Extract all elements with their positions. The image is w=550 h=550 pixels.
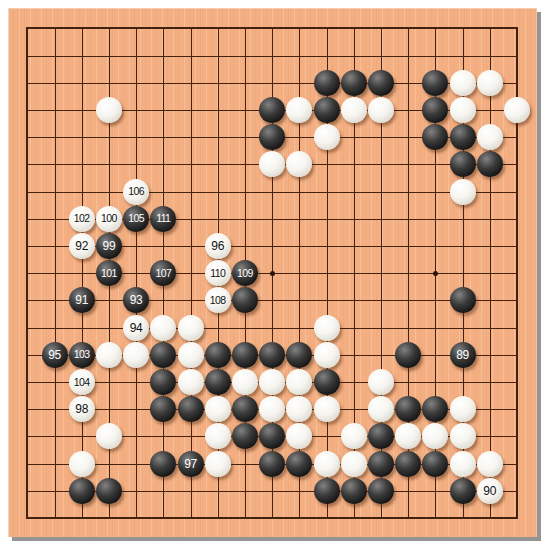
move-number-label: 96 <box>211 240 224 252</box>
stone-black[interactable] <box>450 124 476 150</box>
stone-black[interactable] <box>96 478 122 504</box>
stone-white[interactable] <box>477 70 503 96</box>
go-board[interactable]: 1061021001051119299961011071101099193108… <box>8 8 537 537</box>
move-number-label: 109 <box>237 268 253 279</box>
stone-white[interactable] <box>286 369 312 395</box>
stone-black[interactable] <box>150 342 176 368</box>
stone-black[interactable]: 109 <box>232 260 258 286</box>
stone-black[interactable]: 91 <box>69 287 95 313</box>
stone-white[interactable] <box>477 451 503 477</box>
stone-black[interactable] <box>259 451 285 477</box>
stone-black[interactable] <box>259 124 285 150</box>
stone-white[interactable] <box>259 396 285 422</box>
stone-black[interactable] <box>259 97 285 123</box>
stone-black[interactable] <box>395 451 421 477</box>
stone-black[interactable]: 99 <box>96 233 122 259</box>
stone-black[interactable] <box>422 97 448 123</box>
move-number-label: 108 <box>210 295 226 306</box>
stone-white[interactable] <box>232 369 258 395</box>
move-number-label: 106 <box>128 186 144 197</box>
stone-white[interactable] <box>368 396 394 422</box>
move-number-label: 111 <box>156 213 170 224</box>
stone-white[interactable] <box>450 423 476 449</box>
stone-white[interactable]: 108 <box>205 287 231 313</box>
move-number-label: 101 <box>101 268 117 279</box>
stone-black[interactable] <box>259 342 285 368</box>
stone-black[interactable] <box>341 70 367 96</box>
stone-white[interactable] <box>150 315 176 341</box>
stone-black[interactable] <box>232 423 258 449</box>
move-number-label: 91 <box>75 294 88 306</box>
stone-white[interactable] <box>450 179 476 205</box>
move-number-label: 90 <box>483 485 496 497</box>
stone-black[interactable] <box>368 478 394 504</box>
stone-black[interactable] <box>69 478 95 504</box>
stone-black[interactable] <box>477 151 503 177</box>
stone-black[interactable]: 103 <box>69 342 95 368</box>
move-number-label: 100 <box>101 213 117 224</box>
move-number-label: 102 <box>74 213 90 224</box>
stone-black[interactable] <box>205 369 231 395</box>
move-number-label: 103 <box>74 349 90 360</box>
stone-white[interactable] <box>96 97 122 123</box>
stone-white[interactable]: 90 <box>477 478 503 504</box>
stone-white[interactable] <box>96 342 122 368</box>
move-number-label: 89 <box>456 349 469 361</box>
stone-white[interactable] <box>450 70 476 96</box>
stone-white[interactable] <box>314 451 340 477</box>
grid-line-vertical <box>490 28 491 518</box>
stone-black[interactable] <box>314 70 340 96</box>
stone-white[interactable]: 94 <box>123 315 149 341</box>
stone-white[interactable] <box>314 315 340 341</box>
stone-white[interactable] <box>314 396 340 422</box>
stone-white[interactable]: 106 <box>123 179 149 205</box>
stone-white[interactable] <box>368 369 394 395</box>
stone-black[interactable] <box>150 369 176 395</box>
stone-white[interactable] <box>205 423 231 449</box>
stone-white[interactable]: 104 <box>69 369 95 395</box>
stone-black[interactable] <box>368 70 394 96</box>
stone-black[interactable] <box>205 342 231 368</box>
stone-black[interactable] <box>450 287 476 313</box>
stone-black[interactable] <box>314 478 340 504</box>
move-number-label: 98 <box>75 403 88 415</box>
move-number-label: 99 <box>103 240 116 252</box>
stone-black[interactable] <box>395 342 421 368</box>
stone-white[interactable] <box>178 369 204 395</box>
stone-white[interactable] <box>341 423 367 449</box>
stone-black[interactable] <box>450 151 476 177</box>
stone-white[interactable] <box>314 124 340 150</box>
stone-white[interactable] <box>178 315 204 341</box>
grid-line-horizontal <box>27 300 517 301</box>
stone-black[interactable] <box>368 451 394 477</box>
stone-black[interactable]: 97 <box>178 451 204 477</box>
stone-white[interactable]: 102 <box>69 206 95 232</box>
stone-white[interactable]: 110 <box>205 260 231 286</box>
stone-black[interactable] <box>232 342 258 368</box>
stone-white[interactable] <box>205 451 231 477</box>
stone-white[interactable] <box>341 97 367 123</box>
stone-black[interactable] <box>450 478 476 504</box>
stone-black[interactable] <box>232 287 258 313</box>
star-point <box>433 271 438 276</box>
stone-white[interactable] <box>450 396 476 422</box>
stone-white[interactable] <box>178 342 204 368</box>
stone-white[interactable] <box>314 342 340 368</box>
grid-line-horizontal <box>27 328 517 329</box>
stone-white[interactable] <box>96 423 122 449</box>
move-number-label: 93 <box>130 294 143 306</box>
star-point <box>270 271 275 276</box>
stone-black[interactable] <box>286 342 312 368</box>
move-number-label: 110 <box>210 268 225 279</box>
stone-white[interactable] <box>368 97 394 123</box>
stone-white[interactable]: 96 <box>205 233 231 259</box>
stone-black[interactable] <box>395 396 421 422</box>
stone-black[interactable] <box>178 396 204 422</box>
stone-black[interactable]: 101 <box>96 260 122 286</box>
stone-white[interactable]: 98 <box>69 396 95 422</box>
stone-black[interactable] <box>368 423 394 449</box>
move-number-label: 107 <box>155 268 171 279</box>
stone-white[interactable] <box>123 342 149 368</box>
stone-black[interactable] <box>232 396 258 422</box>
move-number-label: 105 <box>128 213 144 224</box>
stone-white[interactable] <box>286 97 312 123</box>
stone-black[interactable]: 95 <box>42 342 68 368</box>
stone-white[interactable] <box>205 396 231 422</box>
stone-black[interactable]: 89 <box>450 342 476 368</box>
stone-white[interactable] <box>450 451 476 477</box>
move-number-label: 95 <box>48 349 61 361</box>
move-number-label: 94 <box>130 322 143 334</box>
stone-white[interactable]: 100 <box>96 206 122 232</box>
stone-white[interactable] <box>504 97 530 123</box>
stone-white[interactable] <box>477 124 503 150</box>
stone-black[interactable]: 111 <box>150 206 176 232</box>
stone-white[interactable]: 92 <box>69 233 95 259</box>
stone-white[interactable] <box>341 451 367 477</box>
stone-black[interactable] <box>314 369 340 395</box>
move-number-label: 97 <box>184 458 197 470</box>
stone-white[interactable] <box>259 369 285 395</box>
stone-white[interactable] <box>69 451 95 477</box>
stone-black[interactable] <box>422 451 448 477</box>
stone-black[interactable] <box>422 70 448 96</box>
stone-black[interactable]: 105 <box>123 206 149 232</box>
stone-black[interactable] <box>150 451 176 477</box>
stone-black[interactable] <box>314 97 340 123</box>
stone-black[interactable] <box>341 478 367 504</box>
stone-white[interactable] <box>450 97 476 123</box>
stone-black[interactable] <box>286 451 312 477</box>
move-number-label: 92 <box>75 240 88 252</box>
move-number-label: 104 <box>74 377 90 388</box>
